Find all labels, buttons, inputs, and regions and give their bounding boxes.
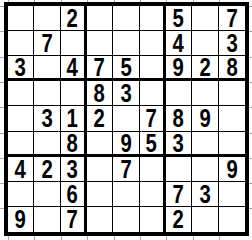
cell-digit: 8	[173, 106, 184, 130]
cell-digit: 7	[41, 31, 52, 55]
cell-r6c1[interactable]	[8, 132, 34, 157]
cell-r5c7[interactable]: 8	[166, 106, 192, 131]
cell-r3c5[interactable]: 5	[113, 56, 139, 81]
cell-r1c9[interactable]: 7	[219, 6, 245, 31]
cell-r7c4[interactable]	[87, 157, 113, 182]
cell-r6c5[interactable]: 9	[113, 132, 139, 157]
cell-r5c2[interactable]: 3	[34, 106, 60, 131]
cell-digit: 2	[67, 6, 78, 30]
cell-r9c5[interactable]	[113, 207, 139, 232]
cell-r4c9[interactable]	[219, 81, 245, 106]
cell-digit: 3	[67, 157, 78, 181]
cell-r7c6[interactable]	[140, 157, 166, 182]
cell-r4c2[interactable]	[34, 81, 60, 106]
cell-r5c3[interactable]: 1	[61, 106, 87, 131]
cell-digit: 1	[67, 106, 78, 130]
cell-r1c8[interactable]	[192, 6, 218, 31]
cell-r9c3[interactable]: 7	[61, 207, 87, 232]
cell-digit: 7	[173, 182, 184, 206]
cell-digit: 7	[120, 157, 131, 181]
cell-r5c1[interactable]	[8, 106, 34, 131]
cell-r6c8[interactable]	[192, 132, 218, 157]
cell-r5c9[interactable]	[219, 106, 245, 131]
grid-tick-marks-right	[249, 6, 252, 234]
cell-r3c3[interactable]: 4	[61, 56, 87, 81]
grid-tick-marks-bottom	[8, 236, 246, 240]
cell-digit: 2	[41, 157, 52, 181]
cell-r2c9[interactable]: 3	[219, 31, 245, 56]
cell-digit: 5	[146, 132, 157, 155]
cell-digit: 2	[94, 106, 105, 130]
cell-r8c8[interactable]: 3	[192, 182, 218, 207]
cell-r2c2[interactable]: 7	[34, 31, 60, 56]
sudoku-board: 257743347592883312789895342379673972	[4, 2, 249, 236]
cell-r8c1[interactable]	[8, 182, 34, 207]
cell-r9c6[interactable]	[140, 207, 166, 232]
cell-digit: 9	[173, 56, 184, 79]
cell-digit: 4	[67, 56, 78, 79]
cell-r1c4[interactable]	[87, 6, 113, 31]
cell-digit: 9	[120, 132, 131, 155]
cell-r5c4[interactable]: 2	[87, 106, 113, 131]
cell-digit: 8	[94, 81, 105, 105]
cell-r9c4[interactable]	[87, 207, 113, 232]
cell-r4c1[interactable]	[8, 81, 34, 106]
cell-r5c6[interactable]: 7	[140, 106, 166, 131]
cell-r2c4[interactable]	[87, 31, 113, 56]
cell-r5c8[interactable]: 9	[192, 106, 218, 131]
cell-r8c6[interactable]	[140, 182, 166, 207]
cell-r6c4[interactable]	[87, 132, 113, 157]
cell-r1c5[interactable]	[113, 6, 139, 31]
cell-r7c8[interactable]	[192, 157, 218, 182]
cell-r5c5[interactable]	[113, 106, 139, 131]
cell-r8c9[interactable]	[219, 182, 245, 207]
cell-r4c4[interactable]: 8	[87, 81, 113, 106]
cell-digit: 4	[15, 157, 26, 181]
cell-digit: 7	[67, 207, 78, 231]
cell-r3c8[interactable]: 2	[192, 56, 218, 81]
cell-r3c6[interactable]	[140, 56, 166, 81]
sudoku-screen: 257743347592883312789895342379673972	[0, 0, 252, 240]
cell-digit: 8	[226, 56, 237, 79]
cell-r2c3[interactable]	[61, 31, 87, 56]
cell-r7c9[interactable]: 9	[219, 157, 245, 182]
cell-r1c2[interactable]	[34, 6, 60, 31]
cell-r2c6[interactable]	[140, 31, 166, 56]
cell-r2c8[interactable]	[192, 31, 218, 56]
cell-r9c8[interactable]	[192, 207, 218, 232]
cell-digit: 5	[120, 56, 131, 79]
cell-r9c1[interactable]: 9	[8, 207, 34, 232]
cell-r7c2[interactable]: 2	[34, 157, 60, 182]
cell-digit: 9	[199, 106, 210, 130]
cell-r8c5[interactable]	[113, 182, 139, 207]
cell-r1c6[interactable]	[140, 6, 166, 31]
cell-r2c1[interactable]	[8, 31, 34, 56]
cell-r1c3[interactable]: 2	[61, 6, 87, 31]
cell-r4c7[interactable]	[166, 81, 192, 106]
cell-digit: 3	[41, 106, 52, 130]
cell-digit: 4	[173, 31, 184, 55]
cell-r7c5[interactable]: 7	[113, 157, 139, 182]
cell-r7c7[interactable]	[166, 157, 192, 182]
cell-r8c4[interactable]	[87, 182, 113, 207]
cell-r6c3[interactable]: 8	[61, 132, 87, 157]
cell-digit: 7	[146, 106, 157, 130]
cell-r7c3[interactable]: 3	[61, 157, 87, 182]
cell-r6c2[interactable]	[34, 132, 60, 157]
cell-digit: 9	[15, 207, 26, 231]
cell-r9c7[interactable]: 2	[166, 207, 192, 232]
cell-r4c6[interactable]	[140, 81, 166, 106]
cell-digit: 3	[199, 182, 210, 206]
cell-r4c8[interactable]	[192, 81, 218, 106]
cell-r7c1[interactable]: 4	[8, 157, 34, 182]
cell-r1c1[interactable]	[8, 6, 34, 31]
cell-r9c9[interactable]	[219, 207, 245, 232]
cell-r6c7[interactable]: 3	[166, 132, 192, 157]
cell-digit: 2	[173, 207, 184, 231]
cell-r3c2[interactable]	[34, 56, 60, 81]
cell-r3c7[interactable]: 9	[166, 56, 192, 81]
cell-r4c5[interactable]: 3	[113, 81, 139, 106]
cell-r2c7[interactable]: 4	[166, 31, 192, 56]
cell-r6c9[interactable]	[219, 132, 245, 157]
cell-r9c2[interactable]	[34, 207, 60, 232]
cell-r1c7[interactable]: 5	[166, 6, 192, 31]
cell-digit: 2	[199, 56, 210, 79]
cell-r3c9[interactable]: 8	[219, 56, 245, 81]
cell-digit: 6	[67, 182, 78, 206]
cell-r3c1[interactable]: 3	[8, 56, 34, 81]
cell-digit: 7	[226, 6, 237, 30]
cell-digit: 3	[173, 132, 184, 155]
cell-digit: 3	[226, 31, 237, 55]
cell-digit: 3	[120, 81, 131, 105]
cell-digit: 5	[173, 6, 184, 30]
cell-r8c2[interactable]	[34, 182, 60, 207]
cell-r3c4[interactable]: 7	[87, 56, 113, 81]
cell-r4c3[interactable]	[61, 81, 87, 106]
cell-r6c6[interactable]: 5	[140, 132, 166, 157]
cell-r2c5[interactable]	[113, 31, 139, 56]
cell-digit: 7	[94, 56, 105, 79]
cell-r8c3[interactable]: 6	[61, 182, 87, 207]
cell-digit: 8	[67, 132, 78, 155]
cell-r8c7[interactable]: 7	[166, 182, 192, 207]
cell-digit: 9	[226, 157, 237, 181]
cell-digit: 3	[15, 56, 26, 79]
